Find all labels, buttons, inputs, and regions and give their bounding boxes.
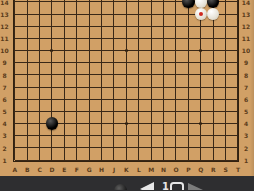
point-D3[interactable] <box>46 130 58 142</box>
point-H10[interactable] <box>95 45 107 57</box>
point-O2[interactable] <box>170 142 182 154</box>
point-N11[interactable] <box>157 32 169 44</box>
row-label-left-10: 10 <box>0 47 10 54</box>
point-C4[interactable] <box>33 117 45 129</box>
point-F7[interactable] <box>71 81 83 93</box>
black-stone-icon[interactable] <box>114 184 127 190</box>
point-H3[interactable] <box>95 130 107 142</box>
point-K3[interactable] <box>120 130 132 142</box>
column-label-N: N <box>160 166 168 173</box>
point-N10[interactable] <box>157 45 169 57</box>
point-H12[interactable] <box>95 20 107 32</box>
point-R1[interactable] <box>207 154 219 166</box>
point-C13[interactable] <box>33 8 45 20</box>
point-Q8[interactable] <box>194 69 206 81</box>
point-H8[interactable] <box>95 69 107 81</box>
point-M9[interactable] <box>145 57 157 69</box>
point-L1[interactable] <box>133 154 145 166</box>
point-P2[interactable] <box>182 142 194 154</box>
row-label-left-14: 14 <box>0 0 10 6</box>
point-L11[interactable] <box>133 32 145 44</box>
point-D8[interactable] <box>46 69 58 81</box>
point-N8[interactable] <box>157 69 169 81</box>
point-C2[interactable] <box>33 142 45 154</box>
point-O9[interactable] <box>170 57 182 69</box>
row-label-left-3: 3 <box>0 132 10 139</box>
point-R4[interactable] <box>207 117 219 129</box>
point-F2[interactable] <box>71 142 83 154</box>
point-F6[interactable] <box>71 93 83 105</box>
column-label-B: B <box>23 166 31 173</box>
point-P3[interactable] <box>182 130 194 142</box>
point-D11[interactable] <box>46 32 58 44</box>
previous-move-icon[interactable] <box>140 182 154 190</box>
point-A4[interactable] <box>9 117 21 129</box>
point-B14[interactable] <box>21 0 33 8</box>
point-G5[interactable] <box>83 105 95 117</box>
point-J4[interactable] <box>108 117 120 129</box>
point-C11[interactable] <box>33 32 45 44</box>
point-C7[interactable] <box>33 81 45 93</box>
point-E3[interactable] <box>58 130 70 142</box>
row-label-right-4: 4 <box>241 120 251 127</box>
column-label-R: R <box>209 166 217 173</box>
point-C12[interactable] <box>33 20 45 32</box>
point-G4[interactable] <box>83 117 95 129</box>
point-Q10[interactable] <box>194 45 206 57</box>
point-J12[interactable] <box>108 20 120 32</box>
row-label-left-12: 12 <box>0 23 10 30</box>
point-N1[interactable] <box>157 154 169 166</box>
point-G12[interactable] <box>83 20 95 32</box>
point-S1[interactable] <box>219 154 231 166</box>
row-label-right-7: 7 <box>241 84 251 91</box>
point-D6[interactable] <box>46 93 58 105</box>
point-F10[interactable] <box>71 45 83 57</box>
point-A10[interactable] <box>9 45 21 57</box>
point-S9[interactable] <box>219 57 231 69</box>
point-A6[interactable] <box>9 93 21 105</box>
point-R10[interactable] <box>207 45 219 57</box>
row-label-right-12: 12 <box>241 23 251 30</box>
point-K1[interactable] <box>120 154 132 166</box>
point-Q9[interactable] <box>194 57 206 69</box>
point-L5[interactable] <box>133 105 145 117</box>
point-C14[interactable] <box>33 0 45 8</box>
column-label-M: M <box>147 166 155 173</box>
point-P8[interactable] <box>182 69 194 81</box>
row-label-right-3: 3 <box>241 132 251 139</box>
move-number-label: 1 <box>162 181 169 190</box>
point-K14[interactable] <box>120 0 132 8</box>
point-P6[interactable] <box>182 93 194 105</box>
point-H1[interactable] <box>95 154 107 166</box>
point-B6[interactable] <box>21 93 33 105</box>
point-O10[interactable] <box>170 45 182 57</box>
point-A2[interactable] <box>9 142 21 154</box>
point-F12[interactable] <box>71 20 83 32</box>
point-G1[interactable] <box>83 154 95 166</box>
row-label-right-5: 5 <box>241 108 251 115</box>
point-R11[interactable] <box>207 32 219 44</box>
column-label-Q: Q <box>197 166 205 173</box>
point-M8[interactable] <box>145 69 157 81</box>
point-J10[interactable] <box>108 45 120 57</box>
point-N3[interactable] <box>157 130 169 142</box>
row-label-left-7: 7 <box>0 84 10 91</box>
point-R7[interactable] <box>207 81 219 93</box>
star-point-Q10 <box>199 49 202 52</box>
point-K12[interactable] <box>120 20 132 32</box>
row-label-right-14: 14 <box>241 0 251 6</box>
point-N13[interactable] <box>157 8 169 20</box>
bottom-toolbar: 1 <box>0 176 254 190</box>
last-move-marker <box>199 12 204 17</box>
point-R3[interactable] <box>207 130 219 142</box>
point-G9[interactable] <box>83 57 95 69</box>
row-label-left-11: 11 <box>0 35 10 42</box>
point-N4[interactable] <box>157 117 169 129</box>
point-B3[interactable] <box>21 130 33 142</box>
point-C9[interactable] <box>33 57 45 69</box>
star-point-D10 <box>50 49 53 52</box>
point-F8[interactable] <box>71 69 83 81</box>
point-O6[interactable] <box>170 93 182 105</box>
point-S10[interactable] <box>219 45 231 57</box>
point-O7[interactable] <box>170 81 182 93</box>
row-label-right-6: 6 <box>241 96 251 103</box>
point-M14[interactable] <box>145 0 157 8</box>
point-L4[interactable] <box>133 117 145 129</box>
point-E11[interactable] <box>58 32 70 44</box>
point-E12[interactable] <box>58 20 70 32</box>
point-G10[interactable] <box>83 45 95 57</box>
column-label-K: K <box>122 166 130 173</box>
point-C8[interactable] <box>33 69 45 81</box>
point-R12[interactable] <box>207 20 219 32</box>
point-B5[interactable] <box>21 105 33 117</box>
point-K10[interactable] <box>120 45 132 57</box>
point-O1[interactable] <box>170 154 182 166</box>
point-M6[interactable] <box>145 93 157 105</box>
point-B10[interactable] <box>21 45 33 57</box>
row-label-left-5: 5 <box>0 108 10 115</box>
row-label-left-13: 13 <box>0 11 10 18</box>
point-R8[interactable] <box>207 69 219 81</box>
column-label-L: L <box>135 166 143 173</box>
point-J14[interactable] <box>108 0 120 8</box>
row-label-right-11: 11 <box>241 35 251 42</box>
point-H14[interactable] <box>95 0 107 8</box>
point-D12[interactable] <box>46 20 58 32</box>
point-B4[interactable] <box>21 117 33 129</box>
point-O13[interactable] <box>170 8 182 20</box>
point-S2[interactable] <box>219 142 231 154</box>
point-S5[interactable] <box>219 105 231 117</box>
point-J6[interactable] <box>108 93 120 105</box>
point-M2[interactable] <box>145 142 157 154</box>
point-G11[interactable] <box>83 32 95 44</box>
point-A14[interactable] <box>9 0 21 8</box>
point-L3[interactable] <box>133 130 145 142</box>
point-Q1[interactable] <box>194 154 206 166</box>
row-label-right-2: 2 <box>241 145 251 152</box>
point-P11[interactable] <box>182 32 194 44</box>
point-S8[interactable] <box>219 69 231 81</box>
column-label-E: E <box>60 166 68 173</box>
point-N14[interactable] <box>157 0 169 8</box>
point-K7[interactable] <box>120 81 132 93</box>
column-label-D: D <box>48 166 56 173</box>
row-label-right-10: 10 <box>241 47 251 54</box>
point-P7[interactable] <box>182 81 194 93</box>
point-S11[interactable] <box>219 32 231 44</box>
point-M11[interactable] <box>145 32 157 44</box>
point-C3[interactable] <box>33 130 45 142</box>
point-Q7[interactable] <box>194 81 206 93</box>
point-D13[interactable] <box>46 8 58 20</box>
point-K6[interactable] <box>120 93 132 105</box>
point-G8[interactable] <box>83 69 95 81</box>
point-O8[interactable] <box>170 69 182 81</box>
point-L14[interactable] <box>133 0 145 8</box>
column-label-G: G <box>85 166 93 173</box>
point-O4[interactable] <box>170 117 182 129</box>
row-label-right-13: 13 <box>241 11 251 18</box>
point-O11[interactable] <box>170 32 182 44</box>
point-O12[interactable] <box>170 20 182 32</box>
column-label-A: A <box>11 166 19 173</box>
point-E10[interactable] <box>58 45 70 57</box>
point-H2[interactable] <box>95 142 107 154</box>
point-D10[interactable] <box>46 45 58 57</box>
point-Q6[interactable] <box>194 93 206 105</box>
row-label-left-8: 8 <box>0 72 10 79</box>
point-D14[interactable] <box>46 0 58 8</box>
point-P10[interactable] <box>182 45 194 57</box>
column-label-H: H <box>98 166 106 173</box>
point-M4[interactable] <box>145 117 157 129</box>
point-R6[interactable] <box>207 93 219 105</box>
point-B13[interactable] <box>21 8 33 20</box>
point-J2[interactable] <box>108 142 120 154</box>
point-E7[interactable] <box>58 81 70 93</box>
point-A13[interactable] <box>9 8 21 20</box>
point-K11[interactable] <box>120 32 132 44</box>
point-H7[interactable] <box>95 81 107 93</box>
column-label-O: O <box>172 166 180 173</box>
point-P9[interactable] <box>182 57 194 69</box>
point-C5[interactable] <box>33 105 45 117</box>
point-E5[interactable] <box>58 105 70 117</box>
point-A3[interactable] <box>9 130 21 142</box>
point-R2[interactable] <box>207 142 219 154</box>
point-C10[interactable] <box>33 45 45 57</box>
point-H6[interactable] <box>95 93 107 105</box>
point-J9[interactable] <box>108 57 120 69</box>
point-L10[interactable] <box>133 45 145 57</box>
point-D2[interactable] <box>46 142 58 154</box>
point-K4[interactable] <box>120 117 132 129</box>
point-G3[interactable] <box>83 130 95 142</box>
point-Q12[interactable] <box>194 20 206 32</box>
point-B11[interactable] <box>21 32 33 44</box>
point-L2[interactable] <box>133 142 145 154</box>
point-N12[interactable] <box>157 20 169 32</box>
point-N9[interactable] <box>157 57 169 69</box>
point-D1[interactable] <box>46 154 58 166</box>
point-G13[interactable] <box>83 8 95 20</box>
point-N2[interactable] <box>157 142 169 154</box>
point-B8[interactable] <box>21 69 33 81</box>
point-E6[interactable] <box>58 93 70 105</box>
point-F3[interactable] <box>71 130 83 142</box>
point-H9[interactable] <box>95 57 107 69</box>
point-P13[interactable] <box>182 8 194 20</box>
point-G7[interactable] <box>83 81 95 93</box>
column-label-T: T <box>234 166 242 173</box>
point-A1[interactable] <box>9 154 21 166</box>
column-label-P: P <box>184 166 192 173</box>
point-Q2[interactable] <box>194 142 206 154</box>
point-M13[interactable] <box>145 8 157 20</box>
point-Q4[interactable] <box>194 117 206 129</box>
point-S6[interactable] <box>219 93 231 105</box>
point-S4[interactable] <box>219 117 231 129</box>
point-J5[interactable] <box>108 105 120 117</box>
point-J13[interactable] <box>108 8 120 20</box>
row-label-right-1: 1 <box>241 157 251 164</box>
point-F5[interactable] <box>71 105 83 117</box>
point-N5[interactable] <box>157 105 169 117</box>
point-L6[interactable] <box>133 93 145 105</box>
point-S12[interactable] <box>219 20 231 32</box>
point-J8[interactable] <box>108 69 120 81</box>
point-E13[interactable] <box>58 8 70 20</box>
point-O3[interactable] <box>170 130 182 142</box>
point-S7[interactable] <box>219 81 231 93</box>
point-A7[interactable] <box>9 81 21 93</box>
point-F13[interactable] <box>71 8 83 20</box>
column-label-F: F <box>73 166 81 173</box>
point-E9[interactable] <box>58 57 70 69</box>
point-N7[interactable] <box>157 81 169 93</box>
point-H11[interactable] <box>95 32 107 44</box>
next-move-icon[interactable] <box>188 183 203 191</box>
point-L12[interactable] <box>133 20 145 32</box>
point-Q5[interactable] <box>194 105 206 117</box>
point-P5[interactable] <box>182 105 194 117</box>
point-G14[interactable] <box>83 0 95 8</box>
point-N6[interactable] <box>157 93 169 105</box>
point-P12[interactable] <box>182 20 194 32</box>
row-label-left-4: 4 <box>0 120 10 127</box>
point-D5[interactable] <box>46 105 58 117</box>
point-L7[interactable] <box>133 81 145 93</box>
point-B2[interactable] <box>21 142 33 154</box>
point-M10[interactable] <box>145 45 157 57</box>
point-B12[interactable] <box>21 20 33 32</box>
point-O5[interactable] <box>170 105 182 117</box>
point-S13[interactable] <box>219 8 231 20</box>
point-K5[interactable] <box>120 105 132 117</box>
point-G2[interactable] <box>83 142 95 154</box>
go-board[interactable]: 14141313121211111010998877665544332211AB… <box>0 0 254 176</box>
point-F1[interactable] <box>71 154 83 166</box>
point-F14[interactable] <box>71 0 83 8</box>
row-label-left-1: 1 <box>0 157 10 164</box>
point-D9[interactable] <box>46 57 58 69</box>
point-B1[interactable] <box>21 154 33 166</box>
point-M5[interactable] <box>145 105 157 117</box>
point-A5[interactable] <box>9 105 21 117</box>
point-K8[interactable] <box>120 69 132 81</box>
point-F11[interactable] <box>71 32 83 44</box>
point-S3[interactable] <box>219 130 231 142</box>
point-S14[interactable] <box>219 0 231 8</box>
point-M12[interactable] <box>145 20 157 32</box>
point-J11[interactable] <box>108 32 120 44</box>
point-A9[interactable] <box>9 57 21 69</box>
point-H4[interactable] <box>95 117 107 129</box>
point-E8[interactable] <box>58 69 70 81</box>
point-M3[interactable] <box>145 130 157 142</box>
point-F4[interactable] <box>71 117 83 129</box>
point-H13[interactable] <box>95 8 107 20</box>
point-K13[interactable] <box>120 8 132 20</box>
point-P1[interactable] <box>182 154 194 166</box>
point-H5[interactable] <box>95 105 107 117</box>
point-O14[interactable] <box>170 0 182 8</box>
point-A12[interactable] <box>9 20 21 32</box>
stone-outline-icon <box>170 182 184 190</box>
point-E4[interactable] <box>58 117 70 129</box>
point-D7[interactable] <box>46 81 58 93</box>
point-J3[interactable] <box>108 130 120 142</box>
row-label-left-6: 6 <box>0 96 10 103</box>
point-R9[interactable] <box>207 57 219 69</box>
point-M1[interactable] <box>145 154 157 166</box>
column-label-C: C <box>36 166 44 173</box>
point-A8[interactable] <box>9 69 21 81</box>
point-L8[interactable] <box>133 69 145 81</box>
point-K9[interactable] <box>120 57 132 69</box>
point-Q3[interactable] <box>194 130 206 142</box>
point-B9[interactable] <box>21 57 33 69</box>
point-M7[interactable] <box>145 81 157 93</box>
star-point-Q4 <box>199 122 202 125</box>
point-F9[interactable] <box>71 57 83 69</box>
point-R5[interactable] <box>207 105 219 117</box>
row-label-left-2: 2 <box>0 145 10 152</box>
point-C1[interactable] <box>33 154 45 166</box>
point-L9[interactable] <box>133 57 145 69</box>
point-E2[interactable] <box>58 142 70 154</box>
point-G6[interactable] <box>83 93 95 105</box>
row-label-right-8: 8 <box>241 72 251 79</box>
point-J7[interactable] <box>108 81 120 93</box>
point-Q11[interactable] <box>194 32 206 44</box>
point-C6[interactable] <box>33 93 45 105</box>
point-E1[interactable] <box>58 154 70 166</box>
point-L13[interactable] <box>133 8 145 20</box>
point-P4[interactable] <box>182 117 194 129</box>
point-B7[interactable] <box>21 81 33 93</box>
point-K2[interactable] <box>120 142 132 154</box>
point-J1[interactable] <box>108 154 120 166</box>
point-A11[interactable] <box>9 32 21 44</box>
point-E14[interactable] <box>58 0 70 8</box>
